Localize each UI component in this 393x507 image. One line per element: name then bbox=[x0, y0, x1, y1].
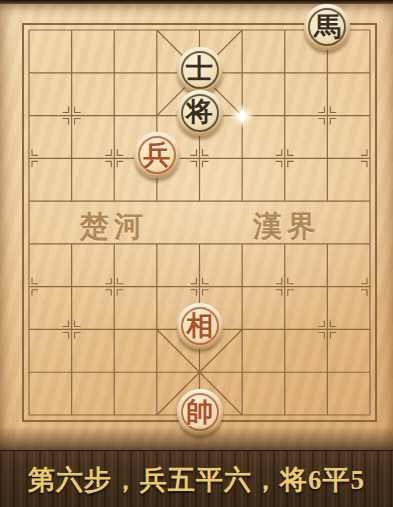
piece-character: 馬 bbox=[314, 14, 341, 41]
piece-black-advisor[interactable]: 士 bbox=[177, 47, 223, 93]
piece-character: 士 bbox=[186, 56, 213, 83]
board-bottom-shadow bbox=[0, 426, 393, 450]
xiangqi-board: 楚河 漢界 馬士将兵相帥 bbox=[0, 4, 393, 450]
move-caption-bar: 第六步，兵五平六，将6平5 bbox=[0, 450, 393, 507]
xiangqi-app-window: 楚河 漢界 馬士将兵相帥 第六步，兵五平六，将6平5 bbox=[0, 0, 393, 507]
piece-character: 兵 bbox=[143, 142, 170, 169]
move-caption: 第六步，兵五平六，将6平5 bbox=[28, 462, 365, 498]
piece-red-elephant[interactable]: 相 bbox=[177, 303, 223, 349]
piece-character: 将 bbox=[186, 99, 213, 126]
river-label-chu-he: 楚河 bbox=[80, 209, 148, 243]
river-label-han-jie: 漢界 bbox=[253, 209, 321, 243]
piece-character: 相 bbox=[186, 313, 213, 340]
sparkle-effect bbox=[229, 103, 255, 129]
piece-character: 帥 bbox=[186, 399, 213, 426]
piece-black-general[interactable]: 将 bbox=[177, 90, 223, 136]
piece-red-soldier[interactable]: 兵 bbox=[134, 132, 180, 178]
